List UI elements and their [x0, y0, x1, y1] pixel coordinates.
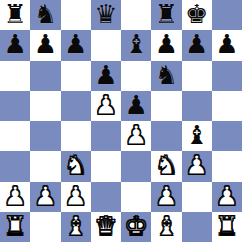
square-c4[interactable]	[61, 121, 91, 151]
piece-black-queen[interactable]: ♛	[94, 0, 117, 29]
square-f5[interactable]	[151, 91, 181, 121]
square-c5[interactable]	[61, 91, 91, 121]
square-f2[interactable]: ♟	[151, 182, 181, 212]
square-g8[interactable]: ♚	[182, 0, 212, 30]
square-a2[interactable]: ♟	[0, 182, 30, 212]
square-e4[interactable]: ♟	[121, 121, 151, 151]
square-h6[interactable]	[212, 61, 242, 91]
square-f1[interactable]: ♝	[151, 212, 181, 242]
square-b8[interactable]: ♞	[30, 0, 60, 30]
piece-black-pawn[interactable]: ♟	[215, 30, 238, 59]
square-b7[interactable]: ♟	[30, 30, 60, 60]
square-b5[interactable]	[30, 91, 60, 121]
square-d3[interactable]	[91, 151, 121, 181]
square-d8[interactable]: ♛	[91, 0, 121, 30]
square-d1[interactable]: ♛	[91, 212, 121, 242]
square-g1[interactable]	[182, 212, 212, 242]
piece-white-pawn[interactable]: ♟	[185, 151, 208, 180]
piece-black-pawn[interactable]: ♟	[34, 30, 57, 59]
piece-black-knight[interactable]: ♞	[155, 61, 178, 90]
piece-black-bishop[interactable]: ♝	[124, 30, 147, 59]
square-a3[interactable]	[0, 151, 30, 181]
square-c6[interactable]	[61, 61, 91, 91]
square-c2[interactable]: ♟	[61, 182, 91, 212]
square-c7[interactable]: ♟	[61, 30, 91, 60]
piece-white-pawn[interactable]: ♟	[215, 182, 238, 211]
square-d6[interactable]: ♟	[91, 61, 121, 91]
piece-black-king[interactable]: ♚	[185, 0, 208, 29]
square-b6[interactable]	[30, 61, 60, 91]
piece-black-bishop[interactable]: ♝	[185, 121, 208, 150]
piece-white-queen[interactable]: ♛	[94, 212, 117, 241]
square-b2[interactable]: ♟	[30, 182, 60, 212]
piece-white-knight[interactable]: ♞	[64, 151, 87, 180]
square-e8[interactable]	[121, 0, 151, 30]
square-g5[interactable]	[182, 91, 212, 121]
square-g6[interactable]	[182, 61, 212, 91]
square-g3[interactable]: ♟	[182, 151, 212, 181]
piece-black-pawn[interactable]: ♟	[185, 30, 208, 59]
piece-white-pawn[interactable]: ♟	[94, 91, 117, 120]
square-h1[interactable]: ♜	[212, 212, 242, 242]
square-h5[interactable]	[212, 91, 242, 121]
square-h4[interactable]	[212, 121, 242, 151]
square-b3[interactable]	[30, 151, 60, 181]
square-f7[interactable]: ♟	[151, 30, 181, 60]
piece-black-pawn[interactable]: ♟	[94, 61, 117, 90]
piece-white-pawn[interactable]: ♟	[155, 182, 178, 211]
piece-white-rook[interactable]: ♜	[215, 212, 238, 241]
piece-black-pawn[interactable]: ♟	[155, 30, 178, 59]
square-a5[interactable]	[0, 91, 30, 121]
piece-white-pawn[interactable]: ♟	[64, 182, 87, 211]
square-a7[interactable]: ♟	[0, 30, 30, 60]
chess-board: ♜♞♛♜♚♟♟♟♝♟♟♟♟♞♟♟♟♝♞♞♟♟♟♟♟♟♜♝♛♚♝♜	[0, 0, 242, 242]
square-e6[interactable]	[121, 61, 151, 91]
piece-black-rook[interactable]: ♜	[155, 0, 178, 29]
square-f4[interactable]	[151, 121, 181, 151]
square-h8[interactable]	[212, 0, 242, 30]
piece-white-king[interactable]: ♚	[124, 212, 147, 241]
piece-white-bishop[interactable]: ♝	[155, 212, 178, 241]
square-e5[interactable]: ♟	[121, 91, 151, 121]
square-b1[interactable]	[30, 212, 60, 242]
piece-black-pawn[interactable]: ♟	[64, 30, 87, 59]
piece-white-knight[interactable]: ♞	[155, 151, 178, 180]
square-a4[interactable]	[0, 121, 30, 151]
square-e2[interactable]	[121, 182, 151, 212]
piece-white-pawn[interactable]: ♟	[124, 121, 147, 150]
square-c3[interactable]: ♞	[61, 151, 91, 181]
piece-white-bishop[interactable]: ♝	[64, 212, 87, 241]
piece-black-pawn[interactable]: ♟	[124, 91, 147, 120]
piece-black-pawn[interactable]: ♟	[3, 30, 26, 59]
square-e7[interactable]: ♝	[121, 30, 151, 60]
square-c1[interactable]: ♝	[61, 212, 91, 242]
square-b4[interactable]	[30, 121, 60, 151]
square-g4[interactable]: ♝	[182, 121, 212, 151]
square-f3[interactable]: ♞	[151, 151, 181, 181]
square-e1[interactable]: ♚	[121, 212, 151, 242]
square-d4[interactable]	[91, 121, 121, 151]
square-c8[interactable]	[61, 0, 91, 30]
square-a6[interactable]	[0, 61, 30, 91]
square-g7[interactable]: ♟	[182, 30, 212, 60]
piece-white-pawn[interactable]: ♟	[3, 182, 26, 211]
square-h7[interactable]: ♟	[212, 30, 242, 60]
piece-white-rook[interactable]: ♜	[3, 212, 26, 241]
square-h3[interactable]	[212, 151, 242, 181]
square-d7[interactable]	[91, 30, 121, 60]
square-d5[interactable]: ♟	[91, 91, 121, 121]
piece-white-pawn[interactable]: ♟	[34, 182, 57, 211]
square-a1[interactable]: ♜	[0, 212, 30, 242]
square-f8[interactable]: ♜	[151, 0, 181, 30]
square-h2[interactable]: ♟	[212, 182, 242, 212]
square-g2[interactable]	[182, 182, 212, 212]
piece-black-knight[interactable]: ♞	[34, 0, 57, 29]
square-a8[interactable]: ♜	[0, 0, 30, 30]
square-e3[interactable]	[121, 151, 151, 181]
square-f6[interactable]: ♞	[151, 61, 181, 91]
piece-black-rook[interactable]: ♜	[3, 0, 26, 29]
square-d2[interactable]	[91, 182, 121, 212]
